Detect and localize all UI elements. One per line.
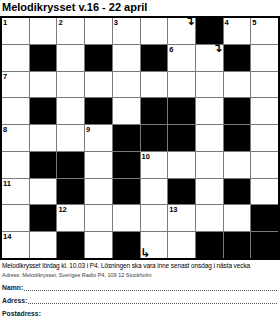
crossword-grid: 123↴456↴7891011121314↳ (0, 16, 280, 260)
black-cell-r6c5 (113, 152, 140, 178)
black-cell-r2c2 (30, 45, 57, 71)
white-cell-r3c5[interactable] (113, 72, 140, 98)
white-cell-r2c1[interactable] (2, 45, 29, 71)
white-cell-r8c6[interactable] (141, 205, 168, 231)
black-cell-r5c5 (113, 125, 140, 151)
white-cell-r4c8[interactable] (196, 98, 223, 124)
black-cell-r4c7 (168, 98, 195, 124)
form-field-postadress: Postadress: (2, 309, 278, 316)
black-cell-r1c8 (196, 18, 223, 44)
black-cell-r4c9 (224, 98, 251, 124)
black-cell-r6c2 (30, 152, 57, 178)
postadress-label: Postadress: (2, 310, 41, 316)
white-cell-r1c6[interactable] (141, 18, 168, 44)
black-cell-r8c10 (251, 205, 278, 231)
white-cell-r3c10[interactable] (251, 72, 278, 98)
white-cell-r7c2[interactable] (30, 179, 57, 205)
white-cell-r8c9[interactable] (224, 205, 251, 231)
clue-number-10: 10 (142, 152, 150, 161)
white-cell-r3c9[interactable] (224, 72, 251, 98)
clue-number-7: 7 (3, 72, 7, 81)
white-cell-r5c1[interactable]: 8 (2, 125, 29, 151)
white-cell-r1c4[interactable] (85, 18, 112, 44)
white-cell-r9c6[interactable]: ↳ (141, 232, 168, 258)
clue-number-4: 4 (225, 18, 229, 27)
white-cell-r5c2[interactable] (30, 125, 57, 151)
clue-number-8: 8 (3, 125, 7, 134)
clue-number-2: 2 (58, 18, 62, 27)
white-cell-r7c6[interactable] (141, 179, 168, 205)
form-field-adress: Adress: (2, 296, 278, 304)
clue-number-1: 1 (3, 18, 7, 27)
black-cell-r5c9 (224, 125, 251, 151)
black-cell-r9c5 (113, 232, 140, 258)
white-cell-r3c3[interactable] (57, 72, 84, 98)
white-cell-r3c2[interactable] (30, 72, 57, 98)
black-cell-r7c9 (224, 179, 251, 205)
black-cell-r2c4 (85, 45, 112, 71)
adress-answer-line (28, 301, 277, 304)
black-cell-r9c3 (57, 232, 84, 258)
white-cell-r4c5[interactable] (113, 98, 140, 124)
white-cell-r2c7[interactable]: 6 (168, 45, 195, 71)
clue-number-6: 6 (169, 45, 173, 54)
clue-number-12: 12 (58, 205, 66, 214)
black-cell-r9c10 (251, 232, 278, 258)
clue-number-14: 14 (3, 232, 11, 241)
white-cell-r8c5[interactable] (113, 205, 140, 231)
white-cell-r6c7[interactable] (168, 152, 195, 178)
black-cell-r4c6 (141, 98, 168, 124)
white-cell-r1c9[interactable]: 4 (224, 18, 251, 44)
white-cell-r5c10[interactable] (251, 125, 278, 151)
white-cell-r5c4[interactable]: 9 (85, 125, 112, 151)
white-cell-r6c9[interactable] (224, 152, 251, 178)
black-cell-r5c6 (141, 125, 168, 151)
white-cell-r2c10[interactable] (251, 45, 278, 71)
clue-number-5: 5 (252, 18, 256, 27)
black-cell-r7c3 (57, 179, 84, 205)
clue-number-3: 3 (114, 18, 118, 27)
black-cell-r9c9 (224, 232, 251, 258)
white-cell-r7c10[interactable] (251, 179, 278, 205)
black-cell-r2c9 (224, 45, 251, 71)
white-cell-r4c3[interactable] (57, 98, 84, 124)
white-cell-r1c1[interactable]: 1 (2, 18, 29, 44)
white-cell-r5c3[interactable] (57, 125, 84, 151)
page-title: Melodikrysset v.16 - 22 april (0, 0, 280, 16)
black-cell-r7c5 (113, 179, 140, 205)
white-cell-r1c3[interactable]: 2 (57, 18, 84, 44)
adress-label: Adress: (2, 297, 27, 304)
black-cell-r2c6 (141, 45, 168, 71)
white-cell-r6c8[interactable] (196, 152, 223, 178)
broadcast-info-text: Melodikrysset lördag kl. 10.03 i P4. Lös… (2, 262, 278, 269)
black-cell-r4c2 (30, 98, 57, 124)
white-cell-r3c8[interactable] (196, 72, 223, 98)
white-cell-r6c6[interactable]: 10 (141, 152, 168, 178)
white-cell-r3c6[interactable] (141, 72, 168, 98)
white-cell-r9c7[interactable] (168, 232, 195, 258)
white-cell-r8c7[interactable]: 13 (168, 205, 195, 231)
white-cell-r6c10[interactable] (251, 152, 278, 178)
clue-number-11: 11 (3, 179, 11, 188)
white-cell-r6c1[interactable] (2, 152, 29, 178)
arrow-right-then-down-icon: ↴ (185, 15, 195, 27)
white-cell-r8c4[interactable] (85, 205, 112, 231)
black-cell-r7c7 (168, 179, 195, 205)
white-cell-r2c8[interactable]: ↴ (196, 45, 223, 71)
white-cell-r4c1[interactable] (2, 98, 29, 124)
white-cell-r8c8[interactable] (196, 205, 223, 231)
namn-answer-line (24, 288, 277, 291)
namn-label: Namn: (2, 284, 23, 291)
white-cell-r9c1[interactable]: 14 (2, 232, 29, 258)
white-cell-r1c2[interactable] (30, 18, 57, 44)
white-cell-r8c3[interactable]: 12 (57, 205, 84, 231)
black-cell-r6c3 (57, 152, 84, 178)
white-cell-r8c1[interactable] (2, 205, 29, 231)
white-cell-r9c4[interactable] (85, 232, 112, 258)
arrow-down-then-right-icon: ↳ (141, 247, 151, 259)
black-cell-r5c7 (168, 125, 195, 151)
white-cell-r1c7[interactable]: ↴ (168, 18, 195, 44)
white-cell-r4c10[interactable] (251, 98, 278, 124)
white-cell-r7c4[interactable] (85, 179, 112, 205)
white-cell-r1c5[interactable]: 3 (113, 18, 140, 44)
arrow-right-then-down-icon: ↴ (213, 42, 223, 54)
white-cell-r9c2[interactable] (30, 232, 57, 258)
white-cell-r3c4[interactable] (85, 72, 112, 98)
white-cell-r3c7[interactable] (168, 72, 195, 98)
white-cell-r7c8[interactable] (196, 179, 223, 205)
footer: Melodikrysset lördag kl. 10.03 i P4. Lös… (0, 260, 280, 316)
black-cell-r4c4 (85, 98, 112, 124)
clue-number-13: 13 (169, 205, 177, 214)
white-cell-r2c5[interactable] (113, 45, 140, 71)
white-cell-r6c4[interactable] (85, 152, 112, 178)
black-cell-r9c8 (196, 232, 223, 258)
white-cell-r3c1[interactable]: 7 (2, 72, 29, 98)
white-cell-r7c1[interactable]: 11 (2, 179, 29, 205)
black-cell-r8c2 (30, 205, 57, 231)
white-cell-r1c10[interactable]: 5 (251, 18, 278, 44)
white-cell-r5c8[interactable] (196, 125, 223, 151)
white-cell-r2c3[interactable] (57, 45, 84, 71)
clue-number-9: 9 (86, 125, 90, 134)
form-field-namn: Namn: (2, 283, 278, 291)
mailing-address-text: Adress: Melodikrysset, Sveriges Radio P4… (2, 272, 278, 278)
